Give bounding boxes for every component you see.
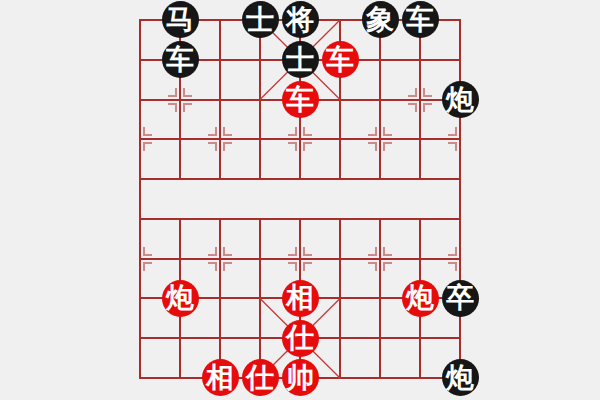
piece-black-horse[interactable]: 马 bbox=[162, 1, 199, 38]
pieces-grid: 马士将象车车士车车炮炮相炮卒仕相仕帅炮 bbox=[120, 0, 480, 398]
piece-red-advisor[interactable]: 仕 bbox=[242, 359, 279, 396]
piece-black-advisor[interactable]: 士 bbox=[242, 1, 279, 38]
piece-black-general[interactable]: 将 bbox=[282, 1, 319, 38]
piece-red-chariot[interactable]: 车 bbox=[282, 81, 319, 118]
piece-red-elephant[interactable]: 相 bbox=[202, 359, 239, 396]
piece-black-chariot[interactable]: 车 bbox=[402, 1, 439, 38]
piece-black-elephant[interactable]: 象 bbox=[362, 1, 399, 38]
xiangqi-board: 马士将象车车士车车炮炮相炮卒仕相仕帅炮 bbox=[0, 0, 600, 400]
piece-red-cannon[interactable]: 炮 bbox=[402, 280, 439, 317]
piece-red-chariot[interactable]: 车 bbox=[322, 41, 359, 78]
piece-black-cannon[interactable]: 炮 bbox=[442, 359, 479, 396]
piece-black-chariot[interactable]: 车 bbox=[162, 41, 199, 78]
piece-red-general[interactable]: 帅 bbox=[282, 359, 319, 396]
piece-black-cannon[interactable]: 炮 bbox=[442, 81, 479, 118]
piece-black-advisor[interactable]: 士 bbox=[282, 41, 319, 78]
piece-red-elephant[interactable]: 相 bbox=[282, 280, 319, 317]
piece-black-soldier[interactable]: 卒 bbox=[442, 280, 479, 317]
piece-red-cannon[interactable]: 炮 bbox=[162, 280, 199, 317]
piece-red-advisor[interactable]: 仕 bbox=[282, 320, 319, 357]
